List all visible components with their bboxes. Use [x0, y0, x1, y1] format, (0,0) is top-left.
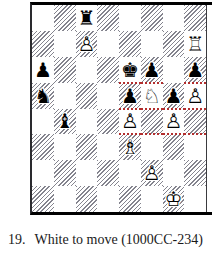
square-f4	[141, 109, 163, 135]
white-king-g1: ♔	[163, 186, 185, 212]
square-g7	[163, 31, 185, 57]
square-a7	[32, 31, 54, 57]
square-c2	[76, 160, 98, 186]
square-h8	[184, 5, 206, 31]
square-h2	[184, 160, 206, 186]
white-pawn-g4: ♙	[163, 109, 185, 135]
square-g5: ♟♟	[163, 83, 185, 109]
black-pawn-g5: ♟	[163, 83, 185, 109]
caption: 19.White to move (1000CC-234)	[8, 232, 203, 248]
square-a8	[32, 5, 54, 31]
square-h5: ♟♙	[184, 83, 206, 109]
square-c6	[76, 57, 98, 83]
white-pawn-f2: ♙	[141, 160, 163, 186]
board-frame: ♜♜♟♙♜♖♟♟♚♚♟♟♟♟♞♞♟♟♞♘♟♟♟♙♝♝♟♙♟♙♝♗♟♙♚♔	[30, 2, 207, 215]
square-f5: ♞♘	[141, 83, 163, 109]
square-c5	[76, 83, 98, 109]
square-e3: ♝♗	[119, 134, 141, 160]
square-d2	[97, 160, 119, 186]
chess-board: ♜♜♟♙♜♖♟♟♚♚♟♟♟♟♞♞♟♟♞♘♟♟♟♙♝♝♟♙♟♙♝♗♟♙♚♔	[32, 5, 206, 212]
square-e5: ♟♟	[119, 83, 141, 109]
square-c4	[76, 109, 98, 135]
square-g4: ♟♙	[163, 109, 185, 135]
square-b5	[54, 83, 76, 109]
square-a5: ♞♞	[32, 83, 54, 109]
square-b6	[54, 57, 76, 83]
white-rook-h7: ♖	[184, 31, 206, 57]
white-bishop-e3: ♗	[119, 134, 141, 160]
square-e8	[119, 5, 141, 31]
square-g1: ♚♔	[163, 186, 185, 212]
square-b4: ♝♝	[54, 109, 76, 135]
white-pawn-e4: ♙	[119, 109, 141, 135]
square-h3	[184, 134, 206, 160]
square-a6: ♟♟	[32, 57, 54, 83]
square-f6: ♟♟	[141, 57, 163, 83]
square-a4	[32, 109, 54, 135]
white-pawn-c7: ♙	[76, 31, 98, 57]
black-bishop-b4: ♝	[54, 109, 76, 135]
square-f8	[141, 5, 163, 31]
square-e2	[119, 160, 141, 186]
white-pawn-h5: ♙	[184, 83, 206, 109]
square-b7	[54, 31, 76, 57]
square-c3	[76, 134, 98, 160]
square-c1	[76, 186, 98, 212]
square-d3	[97, 134, 119, 160]
square-g8	[163, 5, 185, 31]
square-f1	[141, 186, 163, 212]
square-d7	[97, 31, 119, 57]
black-rook-c8: ♜	[76, 5, 98, 31]
square-a2	[32, 160, 54, 186]
square-f2: ♟♙	[141, 160, 163, 186]
square-f7	[141, 31, 163, 57]
square-f3	[141, 134, 163, 160]
square-d4	[97, 109, 119, 135]
caption-number: 19.	[8, 232, 26, 247]
black-pawn-a6: ♟	[32, 57, 54, 83]
square-g6	[163, 57, 185, 83]
square-h7: ♜♖	[184, 31, 206, 57]
square-e6: ♚♚	[119, 57, 141, 83]
square-b3	[54, 134, 76, 160]
square-c7: ♟♙	[76, 31, 98, 57]
square-b2	[54, 160, 76, 186]
black-pawn-f6: ♟	[141, 57, 163, 83]
square-h1	[184, 186, 206, 212]
square-e4: ♟♙	[119, 109, 141, 135]
square-d8	[97, 5, 119, 31]
square-a3	[32, 134, 54, 160]
black-king-e6: ♚	[119, 57, 141, 83]
square-d6	[97, 57, 119, 83]
square-a1	[32, 186, 54, 212]
square-g2	[163, 160, 185, 186]
square-b8	[54, 5, 76, 31]
square-g3	[163, 134, 185, 160]
black-knight-a5: ♞	[32, 83, 54, 109]
black-pawn-h6: ♟	[184, 57, 206, 83]
square-h4	[184, 109, 206, 135]
caption-title: White to move (1000CC-234)	[35, 232, 203, 247]
square-d1	[97, 186, 119, 212]
square-e7	[119, 31, 141, 57]
square-e1	[119, 186, 141, 212]
square-d5	[97, 83, 119, 109]
black-pawn-e5: ♟	[119, 83, 141, 109]
square-b1	[54, 186, 76, 212]
square-c8: ♜♜	[76, 5, 98, 31]
white-knight-f5: ♘	[141, 83, 163, 109]
square-h6: ♟♟	[184, 57, 206, 83]
